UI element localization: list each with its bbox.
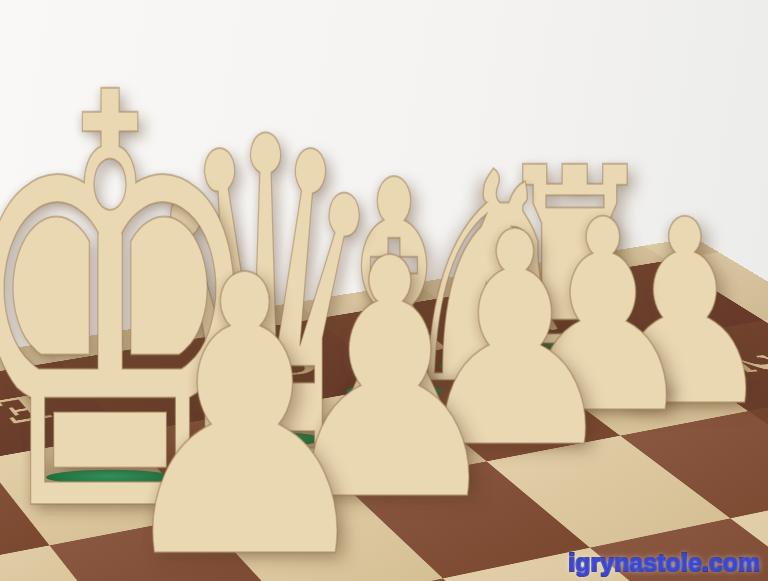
watermark: igrynastole.com — [568, 549, 760, 577]
photo-stage: FEDCBA2345678 ♜♞♟♝♟♟♛♚♟♟ igrynastole.com — [0, 0, 768, 581]
white-pawn-a: ♟ — [107, 227, 383, 581]
